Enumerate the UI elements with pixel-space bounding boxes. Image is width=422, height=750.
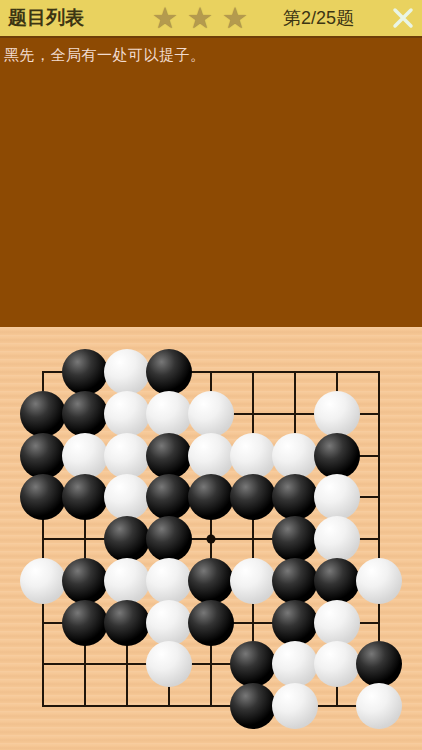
header-bar: 题目列表 ★★★ 第2/25题 [0,0,422,38]
white-stone [314,391,360,437]
white-stone [104,558,150,604]
black-stone [62,349,108,395]
black-stone [314,558,360,604]
white-stone [104,391,150,437]
black-stone [146,516,192,562]
black-stone [230,474,276,520]
black-stone [62,558,108,604]
white-stone [146,558,192,604]
instruction-area: 黑先，全局有一处可以提子。 [0,38,422,327]
white-stone [230,433,276,479]
black-stone [20,391,66,437]
white-stone [272,683,318,729]
board-area [0,327,422,750]
white-stone [314,474,360,520]
white-stone [20,558,66,604]
white-stone [314,641,360,687]
star-icon: ★ [152,4,178,33]
black-stone [272,516,318,562]
white-stone [146,391,192,437]
black-stone [146,433,192,479]
black-stone [146,474,192,520]
progress-label: 第2/25题 [283,0,354,36]
black-stone [272,558,318,604]
black-stone [104,516,150,562]
black-stone [62,474,108,520]
white-stone [356,558,402,604]
black-stone [20,433,66,479]
white-stone [188,391,234,437]
white-stone [230,558,276,604]
black-stone [230,683,276,729]
grid-line [42,705,380,707]
black-stone [188,474,234,520]
instruction-text: 黑先，全局有一处可以提子。 [0,38,422,65]
black-stone [62,391,108,437]
black-stone [272,600,318,646]
back-button[interactable]: 题目列表 [8,0,84,36]
white-stone [146,600,192,646]
white-stone [62,433,108,479]
difficulty-stars: ★★★ [152,0,248,36]
white-stone [104,433,150,479]
hoshi-point [207,535,216,544]
white-stone [188,433,234,479]
close-button[interactable] [390,5,416,31]
star-icon: ★ [222,4,248,33]
white-stone [146,641,192,687]
black-stone [356,641,402,687]
black-stone [272,474,318,520]
black-stone [188,558,234,604]
black-stone [314,433,360,479]
white-stone [314,516,360,562]
white-stone [356,683,402,729]
black-stone [146,349,192,395]
black-stone [20,474,66,520]
black-stone [62,600,108,646]
black-stone [230,641,276,687]
black-stone [188,600,234,646]
white-stone [272,433,318,479]
white-stone [272,641,318,687]
white-stone [314,600,360,646]
black-stone [104,600,150,646]
white-stone [104,349,150,395]
star-icon: ★ [187,4,213,33]
app-screen: 题目列表 ★★★ 第2/25题 黑先，全局有一处可以提子。 [0,0,422,750]
go-board[interactable] [0,327,422,750]
white-stone [104,474,150,520]
close-icon [390,5,416,31]
